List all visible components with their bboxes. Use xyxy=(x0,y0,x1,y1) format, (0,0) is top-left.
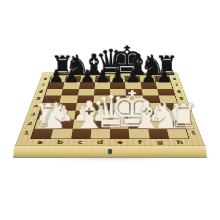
rank-label-4-right: 4 xyxy=(177,103,192,111)
rank-label-1-right: 1 xyxy=(185,128,202,138)
rank-label-6-left: 6 xyxy=(34,89,47,96)
rank-label-4-left: 4 xyxy=(28,103,43,111)
board-perspective-area: abcdefgh abcdefgh 87654321 87654321 ♜♞♝♛… xyxy=(15,0,205,146)
rank-label-3-right: 3 xyxy=(180,111,195,120)
chess-set-photo: abcdefgh abcdefgh 87654321 87654321 ♜♞♝♛… xyxy=(0,0,220,220)
clasp-dot xyxy=(108,149,112,154)
board-side-edge xyxy=(13,145,207,158)
rank-label-2-right: 2 xyxy=(182,119,198,128)
rank-label-6-right: 6 xyxy=(172,89,185,96)
chess-board: abcdefgh abcdefgh 87654321 87654321 ♜♞♝♛… xyxy=(15,72,205,146)
rank-label-5-right: 5 xyxy=(175,95,189,102)
rank-label-5-left: 5 xyxy=(31,95,45,102)
